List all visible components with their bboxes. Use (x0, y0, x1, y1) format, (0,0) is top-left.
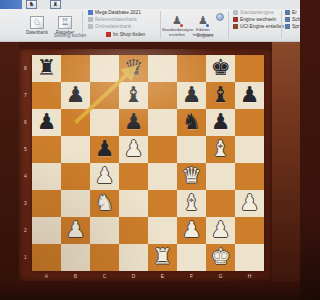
group-caption-engines: Engines (175, 33, 235, 38)
square-e3[interactable] (148, 190, 177, 217)
black-bishop[interactable]: ♝ (206, 82, 235, 109)
desk-background (0, 42, 19, 300)
engine-icon (233, 10, 238, 15)
square-h2[interactable] (235, 217, 264, 244)
edge-icon (285, 17, 290, 22)
black-king[interactable]: ♚ (206, 55, 235, 82)
square-b1[interactable] (61, 244, 90, 271)
window-thumbnail-icon[interactable]: ♜ (50, 0, 61, 9)
black-rook[interactable]: ♜ (32, 55, 61, 82)
black-pawn[interactable]: ♟ (32, 109, 61, 136)
black-queen[interactable]: ♛ (119, 55, 148, 82)
menu-item-reference-db[interactable]: Referenzdatenbank (88, 17, 137, 23)
menu-item-label: Standardengine (240, 10, 274, 15)
square-f6[interactable]: ♞ (177, 109, 206, 136)
square-c7[interactable] (90, 82, 119, 109)
file-label-a: A (32, 271, 61, 281)
square-d5[interactable]: ♟ (119, 136, 148, 163)
white-pawn[interactable]: ♟ (90, 163, 119, 190)
file-label-c: C (90, 271, 119, 281)
database-icon (88, 24, 93, 29)
shop-label: Im Shop finden (113, 32, 145, 37)
engine-pawn-icon: ♟ (198, 15, 208, 27)
white-knight[interactable]: ♞ (90, 190, 119, 217)
square-b5[interactable] (61, 136, 90, 163)
menu-item-label: Mega Database 2021 (95, 10, 141, 15)
engine-icon (233, 24, 238, 29)
white-pawn[interactable]: ♟ (235, 190, 264, 217)
rank-label-6: 6 (19, 109, 32, 136)
file-label-g: G (206, 271, 235, 281)
engine-icon (233, 17, 238, 22)
file-label-h: H (235, 271, 264, 281)
white-rook[interactable]: ♜ (148, 244, 177, 271)
black-pawn[interactable]: ♟ (90, 136, 119, 163)
file-coordinates: ABCDEFGH (32, 271, 264, 281)
square-h7[interactable]: ♟ (235, 82, 264, 109)
edge-menu-item[interactable]: Sch (285, 17, 300, 23)
black-pawn[interactable]: ♟ (235, 82, 264, 109)
square-b8[interactable] (61, 55, 90, 82)
rank-coordinates: 87654321 (19, 55, 32, 271)
square-a4[interactable] (32, 163, 61, 190)
square-a2[interactable] (32, 217, 61, 244)
square-f4[interactable]: ♛ (177, 163, 206, 190)
square-a8[interactable]: ♜ (32, 55, 61, 82)
titlebar-blue-corner (0, 0, 22, 9)
edge-icon (285, 24, 290, 29)
square-b3[interactable] (61, 190, 90, 217)
rank-label-4: 4 (19, 163, 32, 190)
square-d3[interactable] (119, 190, 148, 217)
black-bishop[interactable]: ♝ (119, 82, 148, 109)
training-round-icon[interactable] (216, 13, 224, 21)
white-pawn[interactable]: ♟ (61, 217, 90, 244)
square-h1[interactable] (235, 244, 264, 271)
square-c6[interactable] (90, 109, 119, 136)
square-a5[interactable] (32, 136, 61, 163)
square-b7[interactable]: ♟ (61, 82, 90, 109)
file-label-e: E (148, 271, 177, 281)
menu-item-create-uci-engine[interactable]: UCI Engine erstellen (233, 24, 284, 30)
square-b6[interactable] (61, 109, 90, 136)
engine-pawn-icon: ♟ (172, 15, 182, 27)
square-a7[interactable] (32, 82, 61, 109)
ribbon-separator (281, 11, 282, 38)
menu-item-online-db[interactable]: Onlinedatenbank (88, 24, 131, 30)
white-bishop[interactable]: ♝ (177, 190, 206, 217)
ribbon-separator (228, 11, 229, 38)
square-d8[interactable]: ♛ (119, 55, 148, 82)
square-c3[interactable]: ♞ (90, 190, 119, 217)
menu-item-standard-engine[interactable]: Standardengine (233, 10, 274, 16)
blue-dot (206, 24, 209, 27)
square-h8[interactable] (235, 55, 264, 82)
white-king[interactable]: ♚ (206, 244, 235, 271)
edge-menu-item[interactable]: Spr (285, 24, 300, 30)
desk-background (272, 42, 300, 300)
square-g6[interactable]: ♟ (206, 109, 235, 136)
square-f7[interactable]: ♟ (177, 82, 206, 109)
black-knight[interactable]: ♞ (177, 109, 206, 136)
square-g3[interactable] (206, 190, 235, 217)
square-h5[interactable] (235, 136, 264, 163)
advisor-board-icon: ♖ (58, 16, 72, 29)
file-label-b: B (61, 271, 90, 281)
window-thumbnail-icon[interactable]: ♞ (26, 0, 37, 9)
square-c2[interactable] (90, 217, 119, 244)
white-bishop[interactable]: ♝ (206, 136, 235, 163)
file-label-f: F (177, 271, 206, 281)
square-h4[interactable] (235, 163, 264, 190)
square-f3[interactable]: ♝ (177, 190, 206, 217)
square-g7[interactable]: ♝ (206, 82, 235, 109)
white-queen[interactable]: ♛ (177, 163, 206, 190)
square-d7[interactable]: ♝ (119, 82, 148, 109)
menu-item-switch-engine[interactable]: Engine wechseln (233, 17, 276, 23)
square-f1[interactable] (177, 244, 206, 271)
rank-label-2: 2 (19, 217, 32, 244)
square-f5[interactable] (177, 136, 206, 163)
square-e6[interactable] (148, 109, 177, 136)
desk-background (0, 281, 300, 300)
database-board-icon: ♘ (30, 16, 44, 29)
menu-item-label: Sch (292, 17, 300, 22)
menu-item-label: Er (292, 10, 297, 15)
black-pawn[interactable]: ♟ (61, 82, 90, 109)
shop-icon (106, 32, 111, 37)
ribbon-toolbar: ♘ Datenbank ♖ Ratgeber Mega Database 202… (0, 9, 300, 42)
square-g2[interactable]: ♟ (206, 217, 235, 244)
square-c1[interactable] (90, 244, 119, 271)
shop-link[interactable]: Im Shop finden (106, 32, 145, 38)
white-pawn[interactable]: ♟ (119, 136, 148, 163)
ribbon-separator (160, 11, 161, 38)
white-pawn[interactable]: ♟ (177, 217, 206, 244)
black-pawn[interactable]: ♟ (177, 82, 206, 109)
square-c8[interactable] (90, 55, 119, 82)
square-h3[interactable]: ♟ (235, 190, 264, 217)
square-f8[interactable] (177, 55, 206, 82)
square-b2[interactable]: ♟ (61, 217, 90, 244)
square-d1[interactable] (119, 244, 148, 271)
square-d6[interactable]: ♟ (119, 109, 148, 136)
square-e1[interactable]: ♜ (148, 244, 177, 271)
rank-label-7: 7 (19, 82, 32, 109)
square-h6[interactable] (235, 109, 264, 136)
menu-item-label: Referenzdatenbank (95, 17, 137, 22)
square-c4[interactable]: ♟ (90, 163, 119, 190)
black-pawn[interactable]: ♟ (119, 109, 148, 136)
white-pawn[interactable]: ♟ (206, 217, 235, 244)
rank-label-3: 3 (19, 190, 32, 217)
database-icon (88, 17, 93, 22)
black-pawn[interactable]: ♟ (206, 109, 235, 136)
square-f2[interactable]: ♟ (177, 217, 206, 244)
menu-item-label: Onlinedatenbank (95, 24, 131, 29)
square-e2[interactable] (148, 217, 177, 244)
square-e8[interactable] (148, 55, 177, 82)
square-d4[interactable] (119, 163, 148, 190)
square-e5[interactable] (148, 136, 177, 163)
square-c5[interactable]: ♟ (90, 136, 119, 163)
red-dot (180, 24, 183, 27)
rank-label-8: 8 (19, 55, 32, 82)
rank-label-1: 1 (19, 244, 32, 271)
square-a1[interactable] (32, 244, 61, 271)
menu-item-label: Spr (292, 24, 299, 29)
square-g5[interactable]: ♝ (206, 136, 235, 163)
menu-item-mega-database[interactable]: Mega Database 2021 (88, 10, 141, 16)
square-a3[interactable] (32, 190, 61, 217)
square-b4[interactable] (61, 163, 90, 190)
group-caption-search: Stellung suchen (40, 33, 100, 38)
database-icon (88, 10, 93, 15)
square-e7[interactable] (148, 82, 177, 109)
square-g4[interactable] (206, 163, 235, 190)
menu-item-label: Engine wechseln (240, 17, 276, 22)
menu-item-label: UCI Engine erstellen (240, 24, 284, 29)
square-d2[interactable] (119, 217, 148, 244)
edge-icon (285, 10, 290, 15)
window-titlebar: ♞ ♜ (0, 0, 300, 9)
file-label-d: D (119, 271, 148, 281)
chess-board: ♜♛♚♟♝♟♝♟♟♟♞♟♟♟♝♟♛♞♝♟♟♟♟♜♚ (32, 55, 264, 271)
square-a6[interactable]: ♟ (32, 109, 61, 136)
square-g1[interactable]: ♚ (206, 244, 235, 271)
edge-menu-item[interactable]: Er (285, 10, 300, 16)
board-frame: 87654321 ♜♛♚♟♝♟♝♟♟♟♞♟♟♟♝♟♛♞♝♟♟♟♟♜♚ ABCDE… (19, 49, 272, 281)
square-e4[interactable] (148, 163, 177, 190)
square-g8[interactable]: ♚ (206, 55, 235, 82)
rank-label-5: 5 (19, 136, 32, 163)
